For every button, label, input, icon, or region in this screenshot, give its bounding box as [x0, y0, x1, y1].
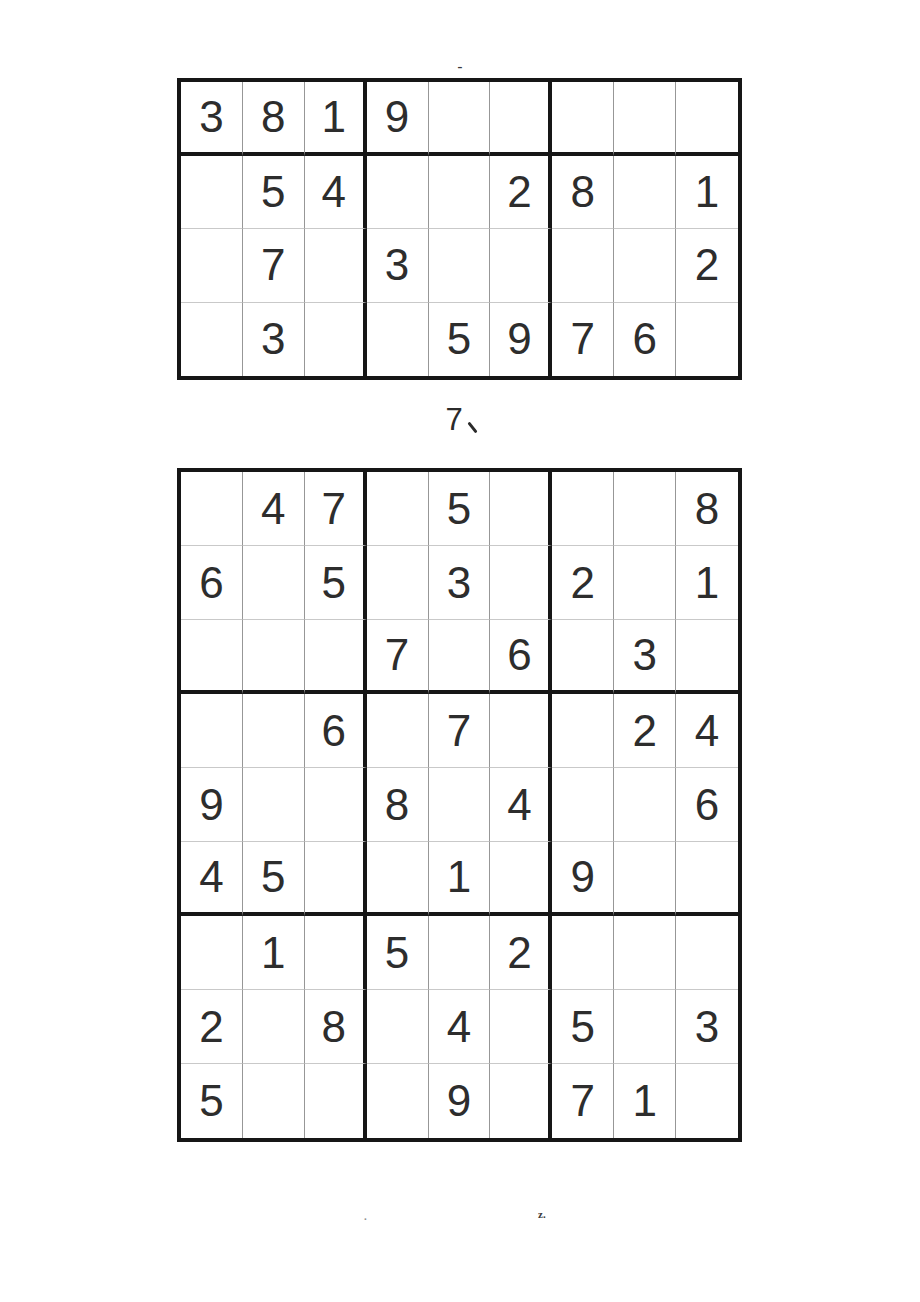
- cell-r2-c7: 8: [552, 156, 614, 230]
- cell-r4-c4: [367, 303, 429, 377]
- cell-r5-c8: [614, 768, 676, 842]
- cell-r6-c1: 4: [181, 842, 243, 916]
- cell-r1-c6: [490, 82, 552, 156]
- cell-r7-c1: [181, 916, 243, 990]
- cell-r4-c5: 5: [429, 303, 491, 377]
- cell-r5-c7: [552, 768, 614, 842]
- cell-r1-c3: 1: [305, 82, 367, 156]
- cell-r9-c4: [367, 1064, 429, 1138]
- cell-r4-c8: 2: [614, 694, 676, 768]
- cell-r4-c2: [243, 694, 305, 768]
- cell-r6-c3: [305, 842, 367, 916]
- cell-r2-c9: 1: [676, 546, 738, 620]
- cell-r1-c1: 3: [181, 82, 243, 156]
- cell-r3-c4: 3: [367, 229, 429, 303]
- cell-r8-c6: [490, 990, 552, 1064]
- cell-r7-c2: 1: [243, 916, 305, 990]
- cell-r1-c5: [429, 82, 491, 156]
- cell-r8-c3: 8: [305, 990, 367, 1064]
- cell-r9-c9: [676, 1064, 738, 1138]
- cell-r4-c6: [490, 694, 552, 768]
- cell-r2-c7: 2: [552, 546, 614, 620]
- cell-r3-c2: 7: [243, 229, 305, 303]
- cell-r2-c9: 1: [676, 156, 738, 230]
- cell-r9-c6: [490, 1064, 552, 1138]
- cell-r6-c7: 9: [552, 842, 614, 916]
- footer-dot-mark: .: [364, 1210, 367, 1222]
- cell-r3-c8: [614, 229, 676, 303]
- cell-r1-c2: 4: [243, 472, 305, 546]
- cell-r3-c3: [305, 620, 367, 694]
- cell-r3-c2: [243, 620, 305, 694]
- cell-r7-c5: [429, 916, 491, 990]
- cell-r1-c6: [490, 472, 552, 546]
- cell-r5-c3: [305, 768, 367, 842]
- cell-r8-c9: 3: [676, 990, 738, 1064]
- puzzle-7-label: 7: [177, 402, 742, 450]
- cell-r2-c1: 6: [181, 546, 243, 620]
- cell-r2-c4: [367, 546, 429, 620]
- cell-r9-c2: [243, 1064, 305, 1138]
- cell-r1-c7: [552, 82, 614, 156]
- cell-r4-c2: 3: [243, 303, 305, 377]
- cell-r9-c1: 5: [181, 1064, 243, 1138]
- cell-r4-c8: 6: [614, 303, 676, 377]
- cell-r8-c2: [243, 990, 305, 1064]
- cell-r4-c7: 7: [552, 303, 614, 377]
- cell-r2-c3: 5: [305, 546, 367, 620]
- cell-r3-c3: [305, 229, 367, 303]
- footer-z-mark: z.: [538, 1208, 546, 1220]
- cell-r5-c5: [429, 768, 491, 842]
- cell-r5-c6: 4: [490, 768, 552, 842]
- cell-r2-c8: [614, 546, 676, 620]
- cell-r6-c4: [367, 842, 429, 916]
- cell-r7-c8: [614, 916, 676, 990]
- cell-r1-c4: [367, 472, 429, 546]
- cell-r4-c3: 6: [305, 694, 367, 768]
- cell-r5-c2: [243, 768, 305, 842]
- cell-r5-c4: 8: [367, 768, 429, 842]
- cell-r2-c5: 3: [429, 546, 491, 620]
- cell-r4-c6: 9: [490, 303, 552, 377]
- cell-r3-c7: [552, 620, 614, 694]
- cell-r7-c7: [552, 916, 614, 990]
- cell-r6-c8: [614, 842, 676, 916]
- cell-r9-c3: [305, 1064, 367, 1138]
- cell-r7-c4: 5: [367, 916, 429, 990]
- cell-r3-c1: [181, 620, 243, 694]
- cell-r8-c4: [367, 990, 429, 1064]
- cell-r5-c1: 9: [181, 768, 243, 842]
- cell-r7-c6: 2: [490, 916, 552, 990]
- cell-r1-c8: [614, 472, 676, 546]
- cell-r1-c7: [552, 472, 614, 546]
- cell-r9-c8: 1: [614, 1064, 676, 1138]
- cell-r6-c5: 1: [429, 842, 491, 916]
- cell-r1-c9: [676, 82, 738, 156]
- cell-r4-c9: [676, 303, 738, 377]
- puzzle-7-label-number: 7: [445, 402, 462, 437]
- cell-r9-c7: 7: [552, 1064, 614, 1138]
- cell-r1-c3: 7: [305, 472, 367, 546]
- cell-r2-c2: [243, 546, 305, 620]
- top-dash-mark: -: [448, 58, 472, 76]
- cell-r3-c1: [181, 229, 243, 303]
- cell-r2-c4: [367, 156, 429, 230]
- cell-r7-c3: [305, 916, 367, 990]
- cell-r8-c7: 5: [552, 990, 614, 1064]
- cell-r1-c1: [181, 472, 243, 546]
- cell-r4-c9: 4: [676, 694, 738, 768]
- cell-r2-c3: 4: [305, 156, 367, 230]
- cell-r4-c5: 7: [429, 694, 491, 768]
- cell-r2-c5: [429, 156, 491, 230]
- cell-r1-c4: 9: [367, 82, 429, 156]
- ideographic-comma-mark: [467, 421, 477, 433]
- cell-r1-c8: [614, 82, 676, 156]
- cell-r4-c1: [181, 303, 243, 377]
- cell-r3-c7: [552, 229, 614, 303]
- cell-r2-c1: [181, 156, 243, 230]
- cell-r3-c9: 2: [676, 229, 738, 303]
- cell-r8-c5: 4: [429, 990, 491, 1064]
- sudoku-grid-puzzle-7: 475865321763672498464519152284535971: [177, 468, 742, 1142]
- cell-r6-c6: [490, 842, 552, 916]
- cell-r1-c5: 5: [429, 472, 491, 546]
- cell-r8-c1: 2: [181, 990, 243, 1064]
- cell-r3-c4: 7: [367, 620, 429, 694]
- cell-r4-c7: [552, 694, 614, 768]
- cell-r8-c8: [614, 990, 676, 1064]
- cell-r2-c2: 5: [243, 156, 305, 230]
- cell-r3-c9: [676, 620, 738, 694]
- cell-r3-c5: [429, 620, 491, 694]
- cell-r3-c5: [429, 229, 491, 303]
- cell-r4-c1: [181, 694, 243, 768]
- cell-r3-c6: [490, 229, 552, 303]
- cell-r1-c2: 8: [243, 82, 305, 156]
- document-page: - 38195428173235976 7 475865321763672498…: [0, 0, 920, 1302]
- cell-r9-c5: 9: [429, 1064, 491, 1138]
- cell-r3-c8: 3: [614, 620, 676, 694]
- cell-r2-c8: [614, 156, 676, 230]
- cell-r6-c2: 5: [243, 842, 305, 916]
- cell-r1-c9: 8: [676, 472, 738, 546]
- cell-r3-c6: 6: [490, 620, 552, 694]
- cell-r6-c9: [676, 842, 738, 916]
- cell-r2-c6: [490, 546, 552, 620]
- cell-r5-c9: 6: [676, 768, 738, 842]
- cell-r4-c3: [305, 303, 367, 377]
- cell-r7-c9: [676, 916, 738, 990]
- cell-r4-c4: [367, 694, 429, 768]
- cell-r2-c6: 2: [490, 156, 552, 230]
- sudoku-grid-partial: 38195428173235976: [177, 78, 742, 380]
